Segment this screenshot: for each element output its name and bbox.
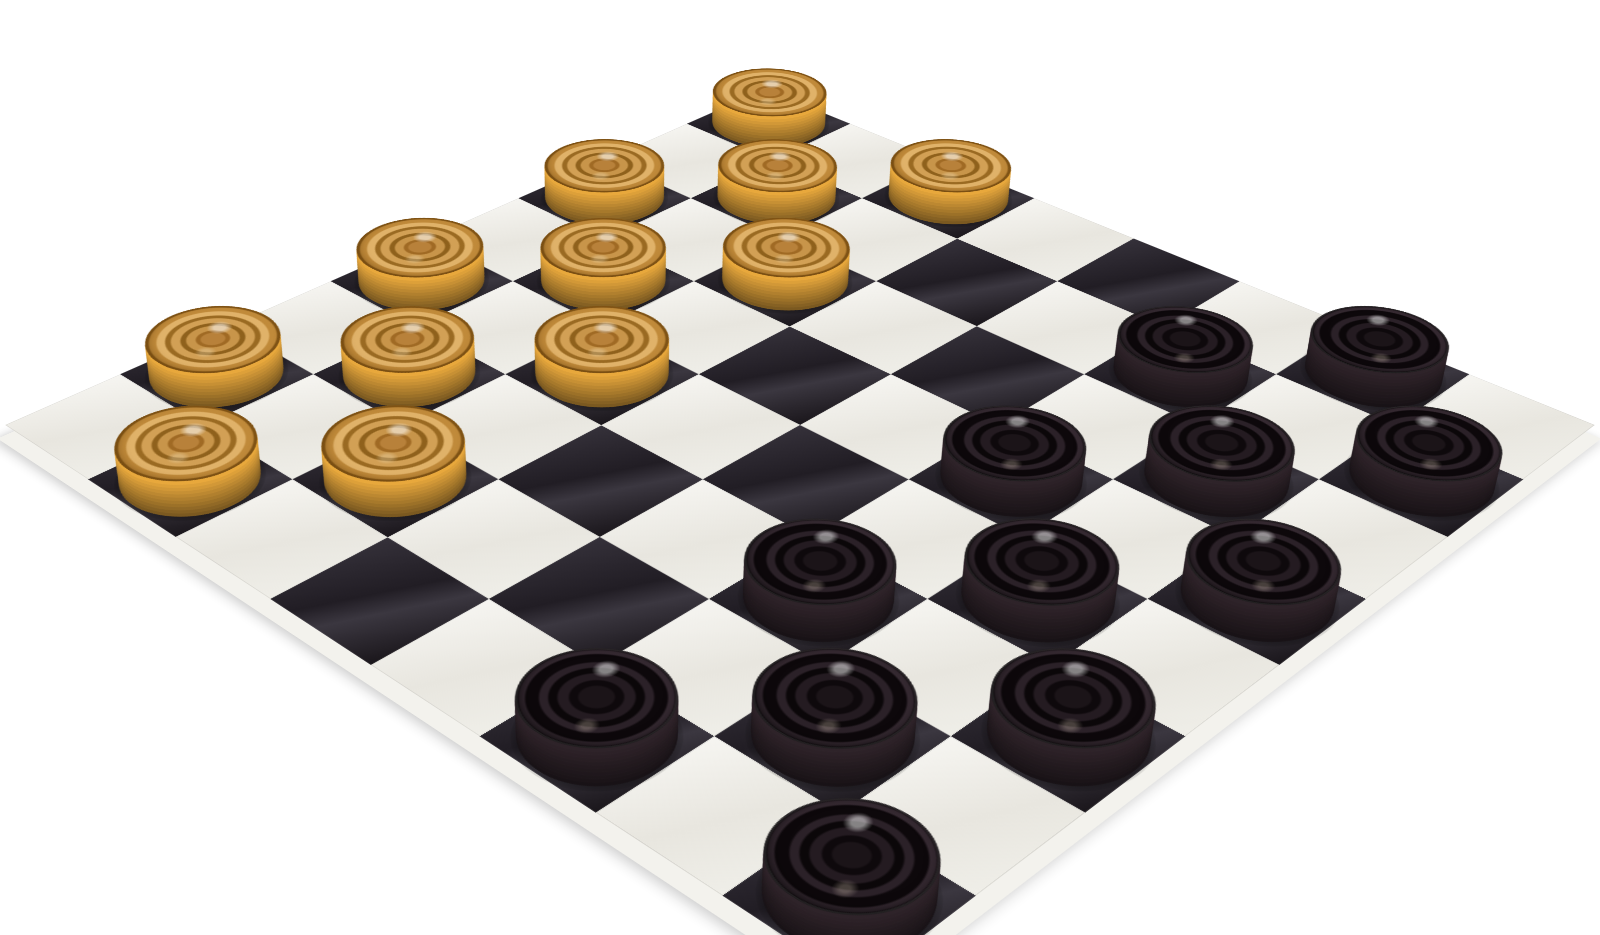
checkers-board <box>5 89 1595 935</box>
board-perspective-wrapper <box>5 89 1595 935</box>
square-r1c7-dark[interactable] <box>88 425 293 537</box>
checker-wood[interactable] <box>697 240 873 325</box>
scene <box>0 0 1600 935</box>
